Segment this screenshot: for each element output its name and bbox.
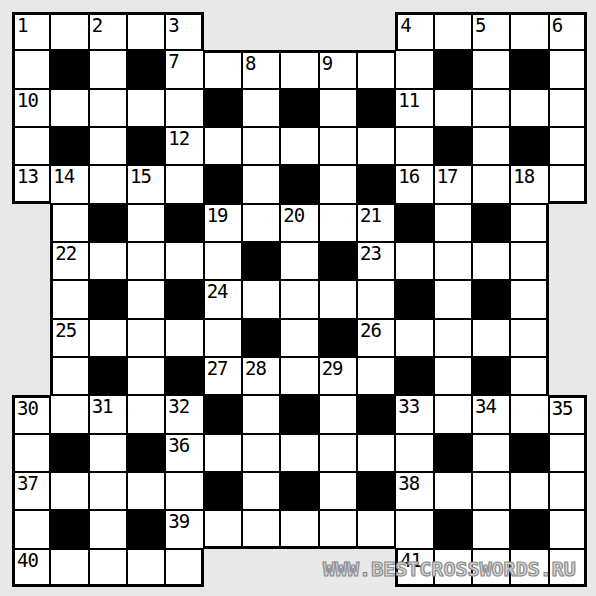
- clue-number-23: 23: [360, 243, 381, 263]
- cell-r14c1[interactable]: [12, 510, 50, 548]
- black-cell-r8c3: [89, 280, 127, 318]
- clue-number-20: 20: [283, 205, 304, 225]
- clue-number-25: 25: [55, 320, 76, 340]
- black-cell-r2c4: [127, 50, 165, 88]
- black-cell-r12c4: [127, 434, 165, 472]
- cell-r11c5[interactable]: 32: [165, 395, 203, 433]
- cell-r7c10[interactable]: 23: [357, 242, 395, 280]
- cell-r5c14[interactable]: 18: [510, 165, 548, 203]
- black-cell-r5c6: [204, 165, 242, 203]
- black-cell-r8c13: [472, 280, 510, 318]
- void-r10c1: [12, 357, 50, 395]
- black-cell-r8c5: [165, 280, 203, 318]
- clue-number-21: 21: [360, 205, 381, 225]
- cell-r9c13[interactable]: [472, 319, 510, 357]
- cell-r10c2[interactable]: [50, 357, 88, 395]
- cell-r12c10[interactable]: [357, 434, 395, 472]
- cell-r2c11[interactable]: [395, 50, 433, 88]
- cell-r7c12[interactable]: [434, 242, 472, 280]
- black-cell-r3c6: [204, 89, 242, 127]
- cell-r1c15[interactable]: 6: [549, 12, 587, 50]
- cell-r9c11[interactable]: [395, 319, 433, 357]
- clue-number-28: 28: [245, 358, 266, 378]
- void-r9c15: [549, 319, 587, 357]
- cell-r11c7[interactable]: [242, 395, 280, 433]
- cell-r2c6[interactable]: [204, 50, 242, 88]
- void-r7c15: [549, 242, 587, 280]
- cell-r3c13[interactable]: [472, 89, 510, 127]
- cell-r7c13[interactable]: [472, 242, 510, 280]
- clue-number-15: 15: [130, 166, 151, 186]
- cell-r12c5[interactable]: 36: [165, 434, 203, 472]
- black-cell-r14c12: [434, 510, 472, 548]
- cell-r4c7[interactable]: [242, 127, 280, 165]
- cell-r4c6[interactable]: [204, 127, 242, 165]
- void-r8c15: [549, 280, 587, 318]
- void-r8c1: [12, 280, 50, 318]
- cell-r14c7[interactable]: [242, 510, 280, 548]
- cell-r8c14[interactable]: [510, 280, 548, 318]
- cell-r11c1[interactable]: 30: [12, 395, 50, 433]
- cell-r3c7[interactable]: [242, 89, 280, 127]
- clue-number-39: 39: [168, 511, 189, 531]
- clue-number-6: 6: [552, 15, 562, 35]
- cell-r6c4[interactable]: [127, 204, 165, 242]
- black-cell-r13c10: [357, 472, 395, 510]
- cell-r5c9[interactable]: [319, 165, 357, 203]
- void-r9c1: [12, 319, 50, 357]
- cell-r11c13[interactable]: 34: [472, 395, 510, 433]
- cell-r14c10[interactable]: [357, 510, 395, 548]
- cell-r8c6[interactable]: 24: [204, 280, 242, 318]
- cell-r10c6[interactable]: 27: [204, 357, 242, 395]
- cell-r2c3[interactable]: [89, 50, 127, 88]
- cell-r6c14[interactable]: [510, 204, 548, 242]
- clue-number-34: 34: [475, 396, 496, 416]
- crossword-board: 1234567891011121314151617181920212223242…: [12, 12, 587, 587]
- black-cell-r6c3: [89, 204, 127, 242]
- cell-r15c5[interactable]: [165, 549, 203, 587]
- cell-r3c2[interactable]: [50, 89, 88, 127]
- cell-r5c13[interactable]: [472, 165, 510, 203]
- black-cell-r7c7: [242, 242, 280, 280]
- cell-r14c3[interactable]: [89, 510, 127, 548]
- void-r6c15: [549, 204, 587, 242]
- cell-r2c1[interactable]: [12, 50, 50, 88]
- black-cell-r9c7: [242, 319, 280, 357]
- clue-number-26: 26: [360, 320, 381, 340]
- cell-r3c4[interactable]: [127, 89, 165, 127]
- void-r15c8: [280, 549, 318, 587]
- cell-r7c11[interactable]: [395, 242, 433, 280]
- cell-r5c12[interactable]: 17: [434, 165, 472, 203]
- cell-r14c6[interactable]: [204, 510, 242, 548]
- black-cell-r4c2: [50, 127, 88, 165]
- void-r1c6: [204, 12, 242, 50]
- cell-r10c4[interactable]: [127, 357, 165, 395]
- cell-r12c11[interactable]: [395, 434, 433, 472]
- black-cell-r9c9: [319, 319, 357, 357]
- cell-r12c15[interactable]: [549, 434, 587, 472]
- cell-r7c5[interactable]: [165, 242, 203, 280]
- cell-r10c10[interactable]: [357, 357, 395, 395]
- clue-number-8: 8: [245, 53, 255, 73]
- cell-r7c14[interactable]: [510, 242, 548, 280]
- black-cell-r13c6: [204, 472, 242, 510]
- cell-r9c10[interactable]: 26: [357, 319, 395, 357]
- cell-r5c4[interactable]: 15: [127, 165, 165, 203]
- cell-r10c7[interactable]: 28: [242, 357, 280, 395]
- black-cell-r14c4: [127, 510, 165, 548]
- cell-r2c5[interactable]: 7: [165, 50, 203, 88]
- black-cell-r6c11: [395, 204, 433, 242]
- void-r10c15: [549, 357, 587, 395]
- cell-r3c3[interactable]: [89, 89, 127, 127]
- cell-r4c9[interactable]: [319, 127, 357, 165]
- cell-r1c13[interactable]: 5: [472, 12, 510, 50]
- cell-r5c1[interactable]: 13: [12, 165, 50, 203]
- cell-r14c9[interactable]: [319, 510, 357, 548]
- cell-r7c3[interactable]: [89, 242, 127, 280]
- clue-number-24: 24: [207, 281, 228, 301]
- cell-r8c12[interactable]: [434, 280, 472, 318]
- cell-r15c4[interactable]: [127, 549, 165, 587]
- black-cell-r11c8: [280, 395, 318, 433]
- black-cell-r12c12: [434, 434, 472, 472]
- cell-r11c9[interactable]: [319, 395, 357, 433]
- cell-r9c4[interactable]: [127, 319, 165, 357]
- black-cell-r2c2: [50, 50, 88, 88]
- cell-r2c15[interactable]: [549, 50, 587, 88]
- cell-r1c1[interactable]: 1: [12, 12, 50, 50]
- crossword-page: 1234567891011121314151617181920212223242…: [0, 0, 596, 596]
- cell-r1c3[interactable]: 2: [89, 12, 127, 50]
- black-cell-r3c8: [280, 89, 318, 127]
- cell-r5c3[interactable]: [89, 165, 127, 203]
- clue-number-31: 31: [92, 396, 113, 416]
- black-cell-r14c14: [510, 510, 548, 548]
- cell-r8c7[interactable]: [242, 280, 280, 318]
- clue-number-3: 3: [168, 15, 178, 35]
- cell-r6c6[interactable]: 19: [204, 204, 242, 242]
- cell-r12c1[interactable]: [12, 434, 50, 472]
- cell-r9c3[interactable]: [89, 319, 127, 357]
- cell-r1c4[interactable]: [127, 12, 165, 50]
- cell-r5c2[interactable]: 14: [50, 165, 88, 203]
- black-cell-r14c2: [50, 510, 88, 548]
- cell-r15c2[interactable]: [50, 549, 88, 587]
- cell-r12c13[interactable]: [472, 434, 510, 472]
- cell-r8c4[interactable]: [127, 280, 165, 318]
- cell-r6c2[interactable]: [50, 204, 88, 242]
- void-r7c1: [12, 242, 50, 280]
- cell-r8c2[interactable]: [50, 280, 88, 318]
- cell-r7c8[interactable]: [280, 242, 318, 280]
- clue-number-32: 32: [168, 396, 189, 416]
- cell-r2c9[interactable]: 9: [319, 50, 357, 88]
- black-cell-r13c8: [280, 472, 318, 510]
- cell-r14c13[interactable]: [472, 510, 510, 548]
- cell-r2c13[interactable]: [472, 50, 510, 88]
- cell-r12c6[interactable]: [204, 434, 242, 472]
- cell-r10c9[interactable]: 29: [319, 357, 357, 395]
- cell-r14c8[interactable]: [280, 510, 318, 548]
- cell-r1c12[interactable]: [434, 12, 472, 50]
- cell-r3c1[interactable]: 10: [12, 89, 50, 127]
- cell-r3c15[interactable]: [549, 89, 587, 127]
- black-cell-r11c10: [357, 395, 395, 433]
- cell-r2c8[interactable]: [280, 50, 318, 88]
- clue-number-38: 38: [398, 473, 419, 493]
- cell-r11c11[interactable]: 33: [395, 395, 433, 433]
- clue-number-14: 14: [53, 166, 74, 186]
- cell-r9c12[interactable]: [434, 319, 472, 357]
- void-r15c6: [204, 549, 242, 587]
- black-cell-r10c3: [89, 357, 127, 395]
- clue-number-9: 9: [322, 53, 332, 73]
- black-cell-r5c10: [357, 165, 395, 203]
- cell-r13c7[interactable]: [242, 472, 280, 510]
- cell-r8c8[interactable]: [280, 280, 318, 318]
- cell-r13c14[interactable]: [510, 472, 548, 510]
- void-r1c8: [280, 12, 318, 50]
- black-cell-r6c5: [165, 204, 203, 242]
- clue-number-40: 40: [17, 550, 38, 570]
- cell-r11c14[interactable]: [510, 395, 548, 433]
- cell-r12c7[interactable]: [242, 434, 280, 472]
- void-r6c1: [12, 204, 50, 242]
- cell-r10c8[interactable]: [280, 357, 318, 395]
- cell-r4c13[interactable]: [472, 127, 510, 165]
- cell-r14c11[interactable]: [395, 510, 433, 548]
- black-cell-r4c14: [510, 127, 548, 165]
- cell-r3c14[interactable]: [510, 89, 548, 127]
- cell-r13c15[interactable]: [549, 472, 587, 510]
- clue-number-2: 2: [92, 15, 102, 35]
- black-cell-r10c11: [395, 357, 433, 395]
- clue-number-13: 13: [17, 166, 38, 186]
- clue-number-29: 29: [322, 358, 343, 378]
- cell-r13c3[interactable]: [89, 472, 127, 510]
- cell-r9c5[interactable]: [165, 319, 203, 357]
- void-r1c7: [242, 12, 280, 50]
- clue-number-19: 19: [207, 205, 228, 225]
- black-cell-r11c6: [204, 395, 242, 433]
- void-r1c9: [319, 12, 357, 50]
- clue-number-16: 16: [398, 166, 419, 186]
- cell-r11c3[interactable]: 31: [89, 395, 127, 433]
- cell-r13c1[interactable]: 37: [12, 472, 50, 510]
- cell-r4c3[interactable]: [89, 127, 127, 165]
- cell-r9c6[interactable]: [204, 319, 242, 357]
- cell-r15c3[interactable]: [89, 549, 127, 587]
- black-cell-r3c10: [357, 89, 395, 127]
- cell-r3c11[interactable]: 11: [395, 89, 433, 127]
- cell-r4c8[interactable]: [280, 127, 318, 165]
- cell-r1c2[interactable]: [50, 12, 88, 50]
- clue-number-30: 30: [17, 398, 38, 418]
- cell-r6c10[interactable]: 21: [357, 204, 395, 242]
- cell-r14c5[interactable]: 39: [165, 510, 203, 548]
- void-r15c7: [242, 549, 280, 587]
- cell-r6c9[interactable]: [319, 204, 357, 242]
- cell-r14c15[interactable]: [549, 510, 587, 548]
- black-cell-r6c13: [472, 204, 510, 242]
- cell-r4c1[interactable]: [12, 127, 50, 165]
- cell-r1c11[interactable]: 4: [395, 12, 433, 50]
- cell-r13c13[interactable]: [472, 472, 510, 510]
- cell-r6c7[interactable]: [242, 204, 280, 242]
- cell-r8c9[interactable]: [319, 280, 357, 318]
- black-cell-r10c5: [165, 357, 203, 395]
- cell-r6c12[interactable]: [434, 204, 472, 242]
- black-cell-r2c14: [510, 50, 548, 88]
- black-cell-r2c12: [434, 50, 472, 88]
- clue-number-18: 18: [513, 166, 534, 186]
- cell-r15c1[interactable]: 40: [12, 549, 50, 587]
- cell-r12c9[interactable]: [319, 434, 357, 472]
- black-cell-r12c2: [50, 434, 88, 472]
- cell-r9c8[interactable]: [280, 319, 318, 357]
- cell-r4c11[interactable]: [395, 127, 433, 165]
- black-cell-r8c11: [395, 280, 433, 318]
- cell-r7c4[interactable]: [127, 242, 165, 280]
- cell-r5c7[interactable]: [242, 165, 280, 203]
- black-cell-r4c4: [127, 127, 165, 165]
- cell-r3c5[interactable]: [165, 89, 203, 127]
- cell-r9c14[interactable]: [510, 319, 548, 357]
- cell-r1c5[interactable]: 3: [165, 12, 203, 50]
- cell-r12c3[interactable]: [89, 434, 127, 472]
- clue-number-27: 27: [207, 358, 228, 378]
- cell-r13c11[interactable]: 38: [395, 472, 433, 510]
- cell-r3c9[interactable]: [319, 89, 357, 127]
- cell-r13c9[interactable]: [319, 472, 357, 510]
- cell-r11c15[interactable]: 35: [549, 395, 587, 433]
- clue-number-22: 22: [55, 243, 76, 263]
- clue-number-12: 12: [168, 128, 189, 148]
- clue-number-37: 37: [17, 473, 38, 493]
- cell-r13c2[interactable]: [50, 472, 88, 510]
- cell-r12c8[interactable]: [280, 434, 318, 472]
- clue-number-36: 36: [168, 435, 189, 455]
- cell-r13c5[interactable]: [165, 472, 203, 510]
- cell-r4c10[interactable]: [357, 127, 395, 165]
- cell-r11c2[interactable]: [50, 395, 88, 433]
- cell-r3c12[interactable]: [434, 89, 472, 127]
- black-cell-r12c14: [510, 434, 548, 472]
- cell-r7c6[interactable]: [204, 242, 242, 280]
- cell-r8c10[interactable]: [357, 280, 395, 318]
- cell-r10c14[interactable]: [510, 357, 548, 395]
- cell-r2c7[interactable]: 8: [242, 50, 280, 88]
- clue-number-7: 7: [168, 51, 178, 71]
- cell-r13c12[interactable]: [434, 472, 472, 510]
- clue-number-10: 10: [17, 90, 38, 110]
- cell-r5c15[interactable]: [549, 165, 587, 203]
- black-cell-r7c9: [319, 242, 357, 280]
- cell-r11c4[interactable]: [127, 395, 165, 433]
- cell-r13c4[interactable]: [127, 472, 165, 510]
- cell-r9c2[interactable]: 25: [50, 319, 88, 357]
- cell-r5c5[interactable]: [165, 165, 203, 203]
- cell-r5c11[interactable]: 16: [395, 165, 433, 203]
- cell-r11c12[interactable]: [434, 395, 472, 433]
- clue-number-17: 17: [437, 166, 458, 186]
- void-r1c10: [357, 12, 395, 50]
- black-cell-r5c8: [280, 165, 318, 203]
- cell-r2c10[interactable]: [357, 50, 395, 88]
- cell-r6c8[interactable]: 20: [280, 204, 318, 242]
- clue-number-35: 35: [552, 398, 573, 418]
- cell-r4c5[interactable]: 12: [165, 127, 203, 165]
- clue-number-1: 1: [17, 15, 27, 35]
- black-cell-r4c12: [434, 127, 472, 165]
- cell-r1c14[interactable]: [510, 12, 548, 50]
- clue-number-5: 5: [475, 15, 485, 35]
- clue-number-4: 4: [400, 15, 410, 35]
- cell-r10c12[interactable]: [434, 357, 472, 395]
- cell-r4c15[interactable]: [549, 127, 587, 165]
- clue-number-11: 11: [398, 90, 419, 110]
- clue-number-33: 33: [398, 396, 419, 416]
- site-watermark: WWW.BESTCROSSWORDS.RU: [323, 558, 576, 580]
- cell-r7c2[interactable]: 22: [50, 242, 88, 280]
- black-cell-r10c13: [472, 357, 510, 395]
